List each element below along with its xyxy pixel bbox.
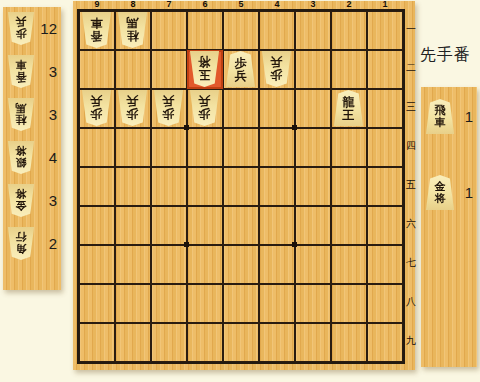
square-6-6[interactable] [187, 206, 223, 245]
square-7-5[interactable] [151, 167, 187, 206]
square-4-3[interactable] [259, 89, 295, 128]
square-5-4[interactable] [223, 128, 259, 167]
square-3-5[interactable] [295, 167, 331, 206]
gote-hand-silver-count: 4 [35, 149, 61, 166]
piece-sente-rook[interactable]: 飛車 [425, 99, 455, 134]
piece-kanji: 香車 [16, 59, 27, 83]
square-8-2[interactable] [115, 50, 151, 89]
square-3-2[interactable] [295, 50, 331, 89]
piece-gote-bishop[interactable]: 角行 [7, 227, 35, 260]
square-3-4[interactable] [295, 128, 331, 167]
gote-hand-bishop: 角行2 [3, 222, 61, 265]
square-7-4[interactable] [151, 128, 187, 167]
square-4-8[interactable] [259, 284, 295, 323]
gote-hand-stand: 歩兵12香車3桂馬3銀将4金将3角行2 [3, 7, 61, 290]
rank-label-2: 二 [405, 48, 417, 87]
piece-gote-gold[interactable]: 金将 [7, 184, 35, 217]
piece-gote-silver[interactable]: 銀将 [7, 141, 35, 174]
file-label-2: 2 [331, 0, 367, 9]
square-7-1[interactable] [151, 11, 187, 50]
piece-kanji: 金将 [435, 180, 446, 204]
piece-kanji: 金将 [16, 188, 27, 212]
square-2-5[interactable] [331, 167, 367, 206]
square-8-5[interactable] [115, 167, 151, 206]
gote-hand-silver: 銀将4 [3, 136, 61, 179]
square-8-8[interactable] [115, 284, 151, 323]
square-6-8[interactable] [187, 284, 223, 323]
rank-label-1: 一 [405, 9, 417, 48]
gote-hand-knight-count: 3 [35, 106, 61, 123]
rank-label-6: 六 [405, 204, 417, 243]
file-label-3: 3 [295, 0, 331, 9]
square-4-1[interactable] [259, 11, 295, 50]
square-9-9[interactable] [79, 323, 115, 362]
piece-kanji: 玉将 [199, 55, 211, 81]
rank-label-5: 五 [405, 165, 417, 204]
square-2-7[interactable] [331, 245, 367, 284]
gote-hand-knight: 桂馬3 [3, 93, 61, 136]
square-6-7[interactable] [187, 245, 223, 284]
gote-hand-lance: 香車3 [3, 50, 61, 93]
board-grid: 香車桂馬玉将歩兵歩兵歩兵歩兵歩兵歩兵龍王 [77, 9, 405, 364]
square-1-1[interactable] [367, 11, 403, 50]
square-3-7[interactable] [295, 245, 331, 284]
piece-kanji: 歩兵 [91, 94, 103, 120]
turn-indicator: 先手番 [420, 45, 478, 66]
square-4-9[interactable] [259, 323, 295, 362]
sente-hand-gold: 金将1 [421, 169, 477, 216]
rank-label-7: 七 [405, 243, 417, 282]
square-1-9[interactable] [367, 323, 403, 362]
sente-hand-gold-count: 1 [455, 184, 477, 201]
piece-gote-knight[interactable]: 桂馬 [7, 98, 35, 131]
square-7-7[interactable] [151, 245, 187, 284]
square-7-2[interactable] [151, 50, 187, 89]
square-1-8[interactable] [367, 284, 403, 323]
piece-kanji: 歩兵 [199, 94, 211, 120]
piece-kanji: 銀将 [16, 145, 27, 169]
square-2-8[interactable] [331, 284, 367, 323]
square-5-5[interactable] [223, 167, 259, 206]
square-5-7[interactable] [223, 245, 259, 284]
piece-kanji: 角行 [16, 231, 27, 255]
sente-hand-rook-count: 1 [455, 108, 477, 125]
square-4-5[interactable] [259, 167, 295, 206]
square-9-2[interactable] [79, 50, 115, 89]
square-5-1[interactable] [223, 11, 259, 50]
square-9-7[interactable] [79, 245, 115, 284]
gote-hand-gold-count: 3 [35, 192, 61, 209]
square-1-3[interactable] [367, 89, 403, 128]
square-7-6[interactable] [151, 206, 187, 245]
square-7-8[interactable] [151, 284, 187, 323]
square-9-4[interactable] [79, 128, 115, 167]
square-1-5[interactable] [367, 167, 403, 206]
piece-kanji: 歩兵 [235, 57, 247, 83]
piece-sente-gold[interactable]: 金将 [425, 175, 455, 210]
gote-hand-bishop-count: 2 [35, 235, 61, 252]
square-2-1[interactable] [331, 11, 367, 50]
rank-label-9: 九 [405, 321, 417, 360]
square-5-9[interactable] [223, 323, 259, 362]
gote-hand-lance-count: 3 [35, 63, 61, 80]
square-2-2[interactable] [331, 50, 367, 89]
file-label-1: 1 [367, 0, 403, 9]
file-label-9: 9 [79, 0, 115, 9]
square-7-9[interactable] [151, 323, 187, 362]
square-9-6[interactable] [79, 206, 115, 245]
file-label-4: 4 [259, 0, 295, 9]
rank-label-3: 三 [405, 87, 417, 126]
square-1-2[interactable] [367, 50, 403, 89]
square-9-8[interactable] [79, 284, 115, 323]
square-1-4[interactable] [367, 128, 403, 167]
file-label-8: 8 [115, 0, 151, 9]
square-1-7[interactable] [367, 245, 403, 284]
sente-hand-rook: 飛車1 [421, 93, 477, 140]
square-3-6[interactable] [295, 206, 331, 245]
piece-kanji: 歩兵 [163, 94, 175, 120]
piece-kanji: 香車 [91, 16, 103, 42]
rank-label-4: 四 [405, 126, 417, 165]
page: { "game": "shogi", "position": { "sfen":… [0, 0, 480, 382]
shogi-board: 987654321 一二三四五六七八九 香車桂馬玉将歩兵歩兵歩兵歩兵歩兵歩兵龍王 [73, 1, 415, 370]
square-6-9[interactable] [187, 323, 223, 362]
piece-kanji: 飛車 [435, 104, 446, 128]
square-6-4[interactable] [187, 128, 223, 167]
piece-gote-pawn[interactable]: 歩兵 [7, 12, 35, 45]
file-label-5: 5 [223, 0, 259, 9]
square-4-6[interactable] [259, 206, 295, 245]
square-2-4[interactable] [331, 128, 367, 167]
rank-label-8: 八 [405, 282, 417, 321]
square-3-9[interactable] [295, 323, 331, 362]
square-2-6[interactable] [331, 206, 367, 245]
square-9-5[interactable] [79, 167, 115, 206]
square-8-7[interactable] [115, 245, 151, 284]
square-1-6[interactable] [367, 206, 403, 245]
square-8-9[interactable] [115, 323, 151, 362]
square-3-8[interactable] [295, 284, 331, 323]
square-3-1[interactable] [295, 11, 331, 50]
file-label-6: 6 [187, 0, 223, 9]
square-3-3[interactable] [295, 89, 331, 128]
square-8-4[interactable] [115, 128, 151, 167]
square-4-7[interactable] [259, 245, 295, 284]
square-8-6[interactable] [115, 206, 151, 245]
piece-kanji: 歩兵 [271, 55, 283, 81]
square-4-4[interactable] [259, 128, 295, 167]
piece-kanji: 歩兵 [16, 16, 27, 40]
file-label-7: 7 [151, 0, 187, 9]
gote-hand-gold: 金将3 [3, 179, 61, 222]
piece-kanji: 龍王 [343, 96, 355, 122]
square-2-9[interactable] [331, 323, 367, 362]
square-6-1[interactable] [187, 11, 223, 50]
gote-hand-pawn: 歩兵12 [3, 7, 61, 50]
sente-hand-stand: 飛車1金将1 [421, 87, 477, 367]
gote-hand-pawn-count: 12 [35, 20, 61, 37]
square-6-5[interactable] [187, 167, 223, 206]
piece-kanji: 桂馬 [127, 16, 139, 42]
piece-kanji: 桂馬 [16, 102, 27, 126]
piece-kanji: 歩兵 [127, 94, 139, 120]
square-5-6[interactable] [223, 206, 259, 245]
square-5-3[interactable] [223, 89, 259, 128]
square-5-8[interactable] [223, 284, 259, 323]
piece-gote-lance[interactable]: 香車 [7, 55, 35, 88]
